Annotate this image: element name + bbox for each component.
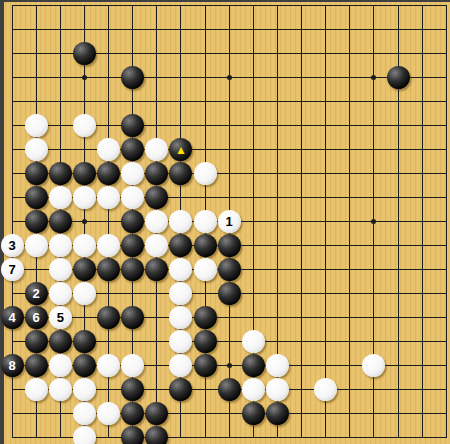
black-stone — [73, 330, 96, 353]
white-stone — [25, 138, 48, 161]
black-stone — [73, 162, 96, 185]
white-stone — [73, 282, 96, 305]
black-stone — [97, 306, 120, 329]
white-stone — [25, 234, 48, 257]
grid-vline — [349, 5, 350, 438]
black-stone — [242, 354, 265, 377]
star-point — [82, 75, 87, 80]
white-stone — [49, 234, 72, 257]
white-stone — [25, 114, 48, 137]
white-stone — [194, 258, 217, 281]
white-stone — [49, 282, 72, 305]
white-stone — [49, 378, 72, 401]
white-stone — [97, 354, 120, 377]
white-stone — [121, 162, 144, 185]
black-stone — [25, 282, 48, 305]
white-stone — [73, 426, 96, 444]
board-top-edge — [0, 0, 450, 2]
grid-vline — [325, 5, 326, 438]
black-stone — [218, 258, 241, 281]
star-point — [82, 219, 87, 224]
white-stone — [1, 258, 24, 281]
black-stone — [218, 234, 241, 257]
star-point — [227, 363, 232, 368]
black-stone — [121, 426, 144, 444]
screenshot-root: ▲12345678 — [0, 0, 450, 444]
white-stone — [73, 114, 96, 137]
grid-vline — [301, 5, 302, 438]
black-stone — [121, 258, 144, 281]
white-stone — [73, 186, 96, 209]
white-stone — [73, 378, 96, 401]
white-stone — [97, 234, 120, 257]
white-stone — [242, 330, 265, 353]
white-stone — [25, 378, 48, 401]
black-stone — [218, 378, 241, 401]
white-stone — [97, 402, 120, 425]
black-stone — [97, 162, 120, 185]
black-stone — [49, 162, 72, 185]
white-stone — [266, 354, 289, 377]
black-stone — [73, 354, 96, 377]
black-stone — [194, 354, 217, 377]
black-stone — [121, 138, 144, 161]
white-stone — [97, 138, 120, 161]
black-stone — [387, 66, 410, 89]
black-stone — [145, 426, 168, 444]
white-stone — [121, 186, 144, 209]
white-stone — [194, 162, 217, 185]
black-stone — [121, 306, 144, 329]
white-stone — [73, 234, 96, 257]
grid-vline — [446, 5, 447, 438]
black-stone — [121, 402, 144, 425]
white-stone — [49, 354, 72, 377]
black-stone — [25, 210, 48, 233]
white-stone — [1, 234, 24, 257]
black-stone — [25, 306, 48, 329]
black-stone — [25, 162, 48, 185]
white-stone — [218, 210, 241, 233]
black-stone — [25, 186, 48, 209]
black-stone — [49, 210, 72, 233]
black-stone — [121, 378, 144, 401]
black-stone — [266, 402, 289, 425]
black-stone — [121, 210, 144, 233]
white-stone — [121, 354, 144, 377]
white-stone — [49, 258, 72, 281]
white-stone — [97, 186, 120, 209]
black-stone — [121, 234, 144, 257]
white-stone — [194, 210, 217, 233]
black-stone — [121, 66, 144, 89]
white-stone — [73, 402, 96, 425]
black-stone — [97, 258, 120, 281]
white-stone — [49, 186, 72, 209]
black-stone — [25, 330, 48, 353]
black-stone — [73, 42, 96, 65]
black-stone — [218, 282, 241, 305]
black-stone — [25, 354, 48, 377]
black-stone — [194, 234, 217, 257]
grid-vline — [422, 5, 423, 438]
black-stone — [1, 354, 24, 377]
go-board[interactable]: ▲12345678 — [0, 0, 450, 444]
white-stone — [49, 306, 72, 329]
black-stone — [194, 330, 217, 353]
black-stone — [242, 402, 265, 425]
board-left-edge — [0, 0, 4, 444]
black-stone — [1, 306, 24, 329]
black-stone — [121, 114, 144, 137]
star-point — [227, 75, 232, 80]
black-stone — [49, 330, 72, 353]
white-stone — [266, 378, 289, 401]
white-stone — [242, 378, 265, 401]
black-stone — [194, 306, 217, 329]
black-stone — [73, 258, 96, 281]
